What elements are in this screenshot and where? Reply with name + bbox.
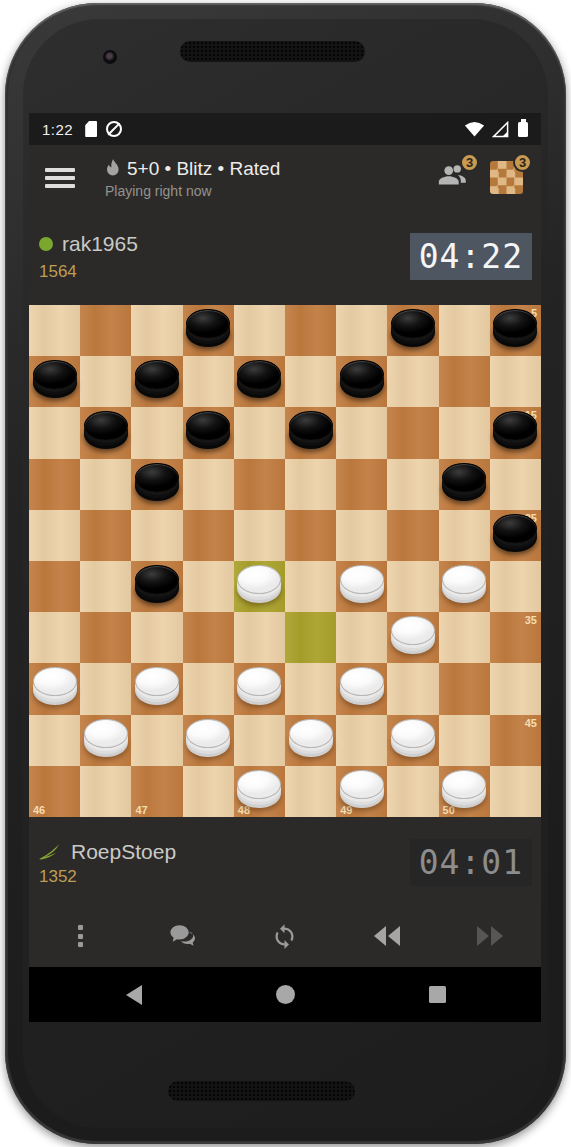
square-45[interactable]: 45 <box>490 715 541 766</box>
board-light-square <box>387 459 438 510</box>
board-light-square <box>29 612 80 663</box>
square-11[interactable] <box>80 407 131 458</box>
draughts-board: 5152535454647484950 <box>29 305 541 817</box>
nav-back-button[interactable] <box>120 982 146 1008</box>
square-9[interactable] <box>336 356 387 407</box>
board-light-square <box>439 612 490 663</box>
square-49[interactable]: 49 <box>336 766 387 817</box>
board-light-square <box>80 356 131 407</box>
black-man-8[interactable] <box>237 360 281 389</box>
board-light-square <box>387 356 438 407</box>
square-7[interactable] <box>131 356 182 407</box>
black-man-17[interactable] <box>135 463 179 492</box>
square-15[interactable]: 15 <box>490 407 541 458</box>
friends-button[interactable]: 3 <box>436 161 470 195</box>
board-light-square <box>387 766 438 817</box>
recents-square-icon <box>429 986 446 1003</box>
cell-signal-icon <box>492 121 509 138</box>
rewind-icon <box>373 925 401 947</box>
board-light-square <box>234 305 285 356</box>
kebab-icon <box>78 925 83 947</box>
wifi-icon <box>464 121 485 138</box>
square-36[interactable] <box>29 663 80 714</box>
square-10[interactable] <box>439 356 490 407</box>
challenges-badge: 3 <box>513 153 532 172</box>
board-light-square <box>439 510 490 561</box>
menu-hamburger-icon[interactable] <box>45 168 75 188</box>
white-man-42[interactable] <box>186 719 230 748</box>
square-33[interactable] <box>285 612 336 663</box>
board-light-square <box>285 356 336 407</box>
square-14[interactable] <box>387 407 438 458</box>
game-status: Playing right now <box>105 183 436 199</box>
board-light-square <box>131 407 182 458</box>
black-man-15[interactable] <box>493 411 537 440</box>
square-43[interactable] <box>285 715 336 766</box>
square-27[interactable] <box>131 561 182 612</box>
phone-frame: 1:22 5+0 • Blitz • Rated <box>5 3 566 1144</box>
square-23[interactable] <box>285 510 336 561</box>
fast-forward-button[interactable] <box>468 914 512 958</box>
square-24[interactable] <box>387 510 438 561</box>
board-light-square <box>490 459 541 510</box>
board-light-square <box>131 510 182 561</box>
friends-badge: 3 <box>460 153 479 172</box>
square-32[interactable] <box>183 612 234 663</box>
square-35[interactable]: 35 <box>490 612 541 663</box>
white-man-49[interactable] <box>340 770 384 799</box>
opponent-rating: 1564 <box>39 262 77 282</box>
square-44[interactable] <box>387 715 438 766</box>
board-light-square <box>131 715 182 766</box>
board-light-square <box>490 561 541 612</box>
board-light-square <box>490 356 541 407</box>
board-light-square <box>80 663 131 714</box>
android-nav-bar <box>29 967 541 1022</box>
square-38[interactable] <box>234 663 285 714</box>
board-light-square <box>183 356 234 407</box>
more-menu-button[interactable] <box>58 914 102 958</box>
square-42[interactable] <box>183 715 234 766</box>
square-37[interactable] <box>131 663 182 714</box>
square-number: 45 <box>525 717 537 729</box>
board-light-square <box>234 510 285 561</box>
black-man-4[interactable] <box>391 309 435 338</box>
board-light-square <box>183 663 234 714</box>
challenges-button[interactable]: 3 <box>490 161 523 194</box>
board-light-square <box>234 715 285 766</box>
board-light-square <box>183 459 234 510</box>
square-number: 46 <box>33 804 45 816</box>
board-light-square <box>80 766 131 817</box>
square-30[interactable] <box>439 561 490 612</box>
board-light-square <box>131 305 182 356</box>
board-light-square <box>387 663 438 714</box>
nav-recents-button[interactable] <box>424 982 450 1008</box>
square-46[interactable]: 46 <box>29 766 80 817</box>
square-21[interactable] <box>80 510 131 561</box>
square-4[interactable] <box>387 305 438 356</box>
chat-button[interactable] <box>161 914 205 958</box>
game-toolbar <box>29 905 541 967</box>
white-man-41[interactable] <box>84 719 128 748</box>
board-light-square <box>131 612 182 663</box>
screen: 1:22 5+0 • Blitz • Rated <box>29 113 541 1022</box>
square-number: 35 <box>525 614 537 626</box>
board-light-square <box>234 407 285 458</box>
square-13[interactable] <box>285 407 336 458</box>
square-31[interactable] <box>80 612 131 663</box>
black-man-6[interactable] <box>33 360 77 389</box>
board-light-square <box>439 407 490 458</box>
board-light-square <box>336 612 387 663</box>
square-34[interactable] <box>387 612 438 663</box>
white-man-28[interactable] <box>237 565 281 594</box>
game-title: 5+0 • Blitz • Rated <box>127 158 280 180</box>
online-indicator-icon <box>39 237 53 251</box>
opponent-bar: rak1965 1564 04:22 <box>29 211 541 305</box>
square-number: 47 <box>135 804 147 816</box>
white-man-43[interactable] <box>289 719 333 748</box>
app-header: 5+0 • Blitz • Rated Playing right now 3 … <box>29 145 541 211</box>
square-39[interactable] <box>336 663 387 714</box>
square-number: 48 <box>238 804 250 816</box>
square-18[interactable] <box>234 459 285 510</box>
white-man-36[interactable] <box>33 667 77 696</box>
square-19[interactable] <box>336 459 387 510</box>
chat-icon <box>169 924 197 948</box>
square-29[interactable] <box>336 561 387 612</box>
player-name[interactable]: RoepStoep <box>71 840 176 864</box>
board-light-square <box>285 766 336 817</box>
square-16[interactable] <box>29 459 80 510</box>
player-clock: 04:01 <box>410 839 532 886</box>
square-number: 49 <box>340 804 352 816</box>
square-8[interactable] <box>234 356 285 407</box>
black-man-7[interactable] <box>135 360 179 389</box>
status-bar: 1:22 <box>29 113 541 145</box>
square-48[interactable]: 48 <box>234 766 285 817</box>
white-man-48[interactable] <box>237 770 281 799</box>
square-50[interactable]: 50 <box>439 766 490 817</box>
board-light-square <box>336 510 387 561</box>
earpiece-speaker <box>180 41 365 62</box>
front-camera <box>103 50 117 64</box>
sd-card-icon <box>85 121 97 137</box>
white-man-34[interactable] <box>391 616 435 645</box>
bottom-speaker <box>168 1081 355 1101</box>
board-light-square <box>183 766 234 817</box>
black-man-9[interactable] <box>340 360 384 389</box>
white-man-38[interactable] <box>237 667 281 696</box>
board-light-square <box>29 715 80 766</box>
white-man-39[interactable] <box>340 667 384 696</box>
fast-forward-icon <box>476 925 504 947</box>
data-saver-icon <box>106 121 122 137</box>
square-40[interactable] <box>439 663 490 714</box>
white-man-29[interactable] <box>340 565 384 594</box>
board-light-square <box>29 510 80 561</box>
board-light-square <box>439 715 490 766</box>
board-light-square <box>387 561 438 612</box>
back-triangle-icon <box>124 984 143 1006</box>
square-20[interactable] <box>439 459 490 510</box>
opponent-name[interactable]: rak1965 <box>62 232 138 256</box>
black-man-20[interactable] <box>442 463 486 492</box>
player-bar: RoepStoep 1352 04:01 <box>29 817 541 905</box>
flip-icon <box>271 923 298 950</box>
square-3[interactable] <box>285 305 336 356</box>
square-1[interactable] <box>80 305 131 356</box>
square-12[interactable] <box>183 407 234 458</box>
player-rating: 1352 <box>39 867 77 887</box>
square-number: 50 <box>443 804 455 816</box>
white-man-30[interactable] <box>442 565 486 594</box>
board-light-square <box>336 715 387 766</box>
flip-board-button[interactable] <box>263 914 307 958</box>
black-man-2[interactable] <box>186 309 230 338</box>
square-26[interactable] <box>29 561 80 612</box>
black-man-11[interactable] <box>84 411 128 440</box>
black-man-5[interactable] <box>493 309 537 338</box>
rewind-button[interactable] <box>365 914 409 958</box>
square-41[interactable] <box>80 715 131 766</box>
black-man-13[interactable] <box>289 411 333 440</box>
flame-icon <box>105 159 121 179</box>
nav-home-button[interactable] <box>272 982 298 1008</box>
black-man-12[interactable] <box>186 411 230 440</box>
black-man-25[interactable] <box>493 514 537 543</box>
board-light-square <box>285 459 336 510</box>
black-man-27[interactable] <box>135 565 179 594</box>
board-light-square <box>285 663 336 714</box>
board-light-square <box>285 561 336 612</box>
white-man-44[interactable] <box>391 719 435 748</box>
square-47[interactable]: 47 <box>131 766 182 817</box>
board-light-square <box>29 407 80 458</box>
white-man-37[interactable] <box>135 667 179 696</box>
square-22[interactable] <box>183 510 234 561</box>
square-5[interactable]: 5 <box>490 305 541 356</box>
board-light-square <box>336 407 387 458</box>
white-man-50[interactable] <box>442 770 486 799</box>
square-2[interactable] <box>183 305 234 356</box>
board-light-square <box>80 561 131 612</box>
board-light-square <box>29 305 80 356</box>
board-light-square <box>336 305 387 356</box>
battery-icon <box>518 122 528 137</box>
board-light-square <box>490 663 541 714</box>
square-28[interactable] <box>234 561 285 612</box>
square-6[interactable] <box>29 356 80 407</box>
status-time: 1:22 <box>42 121 73 138</box>
board-light-square <box>234 612 285 663</box>
board-light-square <box>490 766 541 817</box>
opponent-clock: 04:22 <box>410 233 532 280</box>
patron-wing-icon <box>39 843 62 861</box>
home-circle-icon <box>276 985 295 1004</box>
board-light-square <box>183 561 234 612</box>
square-17[interactable] <box>131 459 182 510</box>
square-25[interactable]: 25 <box>490 510 541 561</box>
board-light-square <box>439 305 490 356</box>
board-light-square <box>80 459 131 510</box>
screenshot: 1:22 5+0 • Blitz • Rated <box>0 0 571 1147</box>
